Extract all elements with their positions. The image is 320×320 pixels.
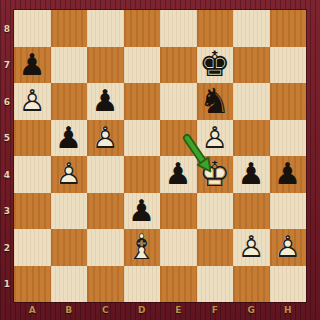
square-a3[interactable]: [14, 193, 51, 230]
rank-label-3: 3: [1, 206, 13, 216]
square-e2[interactable]: [160, 229, 197, 266]
square-a2[interactable]: [14, 229, 51, 266]
square-g1[interactable]: [233, 266, 270, 303]
square-c6[interactable]: ♟: [87, 83, 124, 120]
square-d7[interactable]: [124, 47, 161, 84]
square-f7[interactable]: ♚: [197, 47, 234, 84]
square-h8[interactable]: [270, 10, 307, 47]
square-g5[interactable]: [233, 120, 270, 157]
file-label-f: F: [197, 305, 234, 317]
square-a1[interactable]: [14, 266, 51, 303]
square-h3[interactable]: [270, 193, 307, 230]
square-f2[interactable]: [197, 229, 234, 266]
square-b4[interactable]: ♟♙: [51, 156, 88, 193]
file-label-c: C: [87, 305, 124, 317]
square-g8[interactable]: [233, 10, 270, 47]
square-f8[interactable]: [197, 10, 234, 47]
square-h7[interactable]: [270, 47, 307, 84]
square-d4[interactable]: [124, 156, 161, 193]
piece-black-pawn[interactable]: ♟: [124, 193, 161, 230]
square-c2[interactable]: [87, 229, 124, 266]
square-b5[interactable]: ♟: [51, 120, 88, 157]
board-grid: ♟♚♟♙♟♞♟♟♙♟♙♟♙♟♚♔♟♟♟♝♗♟♙♟♙: [14, 10, 306, 302]
piece-outline: ♗: [124, 229, 161, 266]
square-b1[interactable]: [51, 266, 88, 303]
piece-outline: ♙: [233, 229, 270, 266]
square-f3[interactable]: [197, 193, 234, 230]
square-g6[interactable]: [233, 83, 270, 120]
square-h5[interactable]: [270, 120, 307, 157]
square-a7[interactable]: ♟: [14, 47, 51, 84]
square-f4[interactable]: ♚♔: [197, 156, 234, 193]
square-f6[interactable]: ♞: [197, 83, 234, 120]
square-b2[interactable]: [51, 229, 88, 266]
rank-label-4: 4: [1, 170, 13, 180]
square-e7[interactable]: [160, 47, 197, 84]
file-label-e: E: [160, 305, 197, 317]
square-h2[interactable]: ♟♙: [270, 229, 307, 266]
piece-outline: ♙: [197, 120, 234, 157]
piece-black-king[interactable]: ♚: [197, 47, 234, 84]
square-f5[interactable]: ♟♙: [197, 120, 234, 157]
square-b7[interactable]: [51, 47, 88, 84]
piece-outline: ♙: [87, 120, 124, 157]
rank-label-1: 1: [1, 279, 13, 289]
file-label-d: D: [124, 305, 161, 317]
square-a6[interactable]: ♟♙: [14, 83, 51, 120]
square-d3[interactable]: ♟: [124, 193, 161, 230]
square-e8[interactable]: [160, 10, 197, 47]
square-d1[interactable]: [124, 266, 161, 303]
square-g3[interactable]: [233, 193, 270, 230]
rank-label-6: 6: [1, 97, 13, 107]
square-h4[interactable]: ♟: [270, 156, 307, 193]
square-h6[interactable]: [270, 83, 307, 120]
square-c7[interactable]: [87, 47, 124, 84]
piece-outline: ♙: [51, 156, 88, 193]
file-label-a: A: [14, 305, 51, 317]
piece-white-pawn[interactable]: ♟♙: [197, 120, 234, 157]
square-d8[interactable]: [124, 10, 161, 47]
piece-white-pawn[interactable]: ♟♙: [270, 229, 307, 266]
square-b3[interactable]: [51, 193, 88, 230]
square-f1[interactable]: [197, 266, 234, 303]
file-label-g: G: [233, 305, 270, 317]
square-c5[interactable]: ♟♙: [87, 120, 124, 157]
board-frame: ♟♚♟♙♟♞♟♟♙♟♙♟♙♟♚♔♟♟♟♝♗♟♙♟♙ 87654321 ABCDE…: [0, 0, 320, 320]
square-c4[interactable]: [87, 156, 124, 193]
piece-white-pawn[interactable]: ♟♙: [51, 156, 88, 193]
rank-label-7: 7: [1, 60, 13, 70]
square-e5[interactable]: [160, 120, 197, 157]
square-e1[interactable]: [160, 266, 197, 303]
square-b6[interactable]: [51, 83, 88, 120]
piece-black-pawn[interactable]: ♟: [51, 120, 88, 157]
piece-black-knight[interactable]: ♞: [197, 83, 234, 120]
square-a5[interactable]: [14, 120, 51, 157]
rank-label-5: 5: [1, 133, 13, 143]
square-d6[interactable]: [124, 83, 161, 120]
rank-label-8: 8: [1, 24, 13, 34]
square-a4[interactable]: [14, 156, 51, 193]
piece-outline: ♙: [270, 229, 307, 266]
piece-white-pawn[interactable]: ♟♙: [87, 120, 124, 157]
square-c8[interactable]: [87, 10, 124, 47]
piece-black-pawn[interactable]: ♟: [14, 47, 51, 84]
piece-white-bishop[interactable]: ♝♗: [124, 229, 161, 266]
piece-black-pawn[interactable]: ♟: [270, 156, 307, 193]
square-g7[interactable]: [233, 47, 270, 84]
square-d5[interactable]: [124, 120, 161, 157]
square-e4[interactable]: ♟: [160, 156, 197, 193]
square-c3[interactable]: [87, 193, 124, 230]
piece-black-pawn[interactable]: ♟: [87, 83, 124, 120]
square-d2[interactable]: ♝♗: [124, 229, 161, 266]
square-b8[interactable]: [51, 10, 88, 47]
square-g2[interactable]: ♟♙: [233, 229, 270, 266]
square-g4[interactable]: ♟: [233, 156, 270, 193]
piece-outline: ♙: [14, 83, 51, 120]
piece-white-king[interactable]: ♚♔: [197, 156, 234, 193]
file-label-b: B: [51, 305, 88, 317]
piece-white-pawn[interactable]: ♟♙: [14, 83, 51, 120]
square-a8[interactable]: [14, 10, 51, 47]
rank-label-2: 2: [1, 243, 13, 253]
square-e3[interactable]: [160, 193, 197, 230]
file-label-h: H: [270, 305, 307, 317]
square-h1[interactable]: [270, 266, 307, 303]
square-c1[interactable]: [87, 266, 124, 303]
square-e6[interactable]: [160, 83, 197, 120]
piece-outline: ♔: [197, 156, 234, 193]
piece-black-pawn[interactable]: ♟: [233, 156, 270, 193]
piece-white-pawn[interactable]: ♟♙: [233, 229, 270, 266]
piece-black-pawn[interactable]: ♟: [160, 156, 197, 193]
